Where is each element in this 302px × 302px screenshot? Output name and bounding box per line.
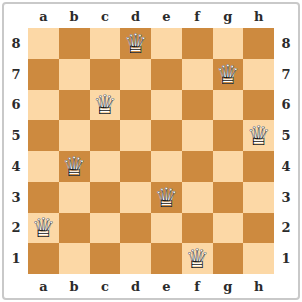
rank-label-7: 7	[274, 68, 298, 81]
square-c2[interactable]	[90, 213, 121, 244]
square-h6[interactable]	[243, 90, 274, 121]
white-queen-piece[interactable]: ♛♕	[151, 182, 182, 213]
square-a7[interactable]	[28, 59, 59, 90]
square-g2[interactable]	[213, 213, 244, 244]
square-f7[interactable]	[182, 59, 213, 90]
square-e1[interactable]	[151, 243, 182, 274]
square-f5[interactable]	[182, 120, 213, 151]
file-label-a: a	[28, 10, 59, 23]
rank-label-6: 6	[4, 98, 28, 111]
square-f6[interactable]	[182, 90, 213, 121]
square-h3[interactable]	[243, 182, 274, 213]
white-queen-piece[interactable]: ♛♕	[28, 213, 59, 244]
square-g4[interactable]	[213, 151, 244, 182]
square-h4[interactable]	[243, 151, 274, 182]
white-queen-piece[interactable]: ♛♕	[213, 59, 244, 90]
file-label-g: g	[213, 280, 244, 293]
square-e2[interactable]	[151, 213, 182, 244]
square-b7[interactable]	[59, 59, 90, 90]
rank-label-3: 3	[4, 191, 28, 204]
queen-glyph-outline: ♕	[28, 213, 59, 244]
square-d1[interactable]	[120, 243, 151, 274]
rank-label-2: 2	[4, 221, 28, 234]
square-h8[interactable]	[243, 28, 274, 59]
square-a4[interactable]	[28, 151, 59, 182]
square-e6[interactable]	[151, 90, 182, 121]
square-f2[interactable]	[182, 213, 213, 244]
square-e4[interactable]	[151, 151, 182, 182]
square-h1[interactable]	[243, 243, 274, 274]
square-c4[interactable]	[90, 151, 121, 182]
square-d7[interactable]	[120, 59, 151, 90]
queen-glyph-outline: ♕	[243, 120, 274, 151]
square-f4[interactable]	[182, 151, 213, 182]
square-g6[interactable]	[213, 90, 244, 121]
rank-label-8: 8	[274, 37, 298, 50]
rank-label-5: 5	[4, 129, 28, 142]
queen-glyph-outline: ♕	[182, 243, 213, 274]
file-label-f: f	[182, 280, 213, 293]
square-g7[interactable]: ♛♕	[213, 59, 244, 90]
square-c7[interactable]	[90, 59, 121, 90]
square-b2[interactable]	[59, 213, 90, 244]
rank-label-7: 7	[4, 68, 28, 81]
square-e8[interactable]	[151, 28, 182, 59]
square-c5[interactable]	[90, 120, 121, 151]
queen-glyph-outline: ♕	[151, 182, 182, 213]
rank-label-5: 5	[274, 129, 298, 142]
file-label-c: c	[90, 280, 121, 293]
square-c1[interactable]	[90, 243, 121, 274]
square-c8[interactable]	[90, 28, 121, 59]
square-g5[interactable]	[213, 120, 244, 151]
file-label-e: e	[151, 280, 182, 293]
chess-board: ♛♕♛♕♛♕♛♕♛♕♛♕♛♕♛♕	[28, 28, 274, 274]
square-b4[interactable]: ♛♕	[59, 151, 90, 182]
square-d5[interactable]	[120, 120, 151, 151]
rank-label-2: 2	[274, 221, 298, 234]
queen-glyph-outline: ♕	[59, 151, 90, 182]
square-d8[interactable]: ♛♕	[120, 28, 151, 59]
file-label-a: a	[28, 280, 59, 293]
square-a1[interactable]	[28, 243, 59, 274]
file-labels-bottom: abcdefgh	[28, 274, 274, 298]
rank-labels-left: 87654321	[4, 28, 28, 274]
rank-label-3: 3	[274, 191, 298, 204]
white-queen-piece[interactable]: ♛♕	[182, 243, 213, 274]
rank-label-1: 1	[4, 252, 28, 265]
rank-label-1: 1	[274, 252, 298, 265]
square-c3[interactable]	[90, 182, 121, 213]
square-b5[interactable]	[59, 120, 90, 151]
chess-diagram-frame: abcdefgh 87654321 ♛♕♛♕♛♕♛♕♛♕♛♕♛♕♛♕ 87654…	[2, 2, 300, 300]
square-d6[interactable]	[120, 90, 151, 121]
square-d3[interactable]	[120, 182, 151, 213]
square-b6[interactable]	[59, 90, 90, 121]
file-label-h: h	[243, 280, 274, 293]
square-e7[interactable]	[151, 59, 182, 90]
file-label-c: c	[90, 10, 121, 23]
white-queen-piece[interactable]: ♛♕	[90, 90, 121, 121]
file-label-g: g	[213, 10, 244, 23]
file-label-f: f	[182, 10, 213, 23]
square-b3[interactable]	[59, 182, 90, 213]
square-e3[interactable]: ♛♕	[151, 182, 182, 213]
square-f3[interactable]	[182, 182, 213, 213]
white-queen-piece[interactable]: ♛♕	[243, 120, 274, 151]
square-d2[interactable]	[120, 213, 151, 244]
white-queen-piece[interactable]: ♛♕	[59, 151, 90, 182]
square-b1[interactable]	[59, 243, 90, 274]
square-a5[interactable]	[28, 120, 59, 151]
square-d4[interactable]	[120, 151, 151, 182]
rank-label-8: 8	[4, 37, 28, 50]
square-a3[interactable]	[28, 182, 59, 213]
square-b8[interactable]	[59, 28, 90, 59]
rank-label-4: 4	[274, 160, 298, 173]
square-g8[interactable]	[213, 28, 244, 59]
file-label-d: d	[120, 280, 151, 293]
file-label-h: h	[243, 10, 274, 23]
file-label-e: e	[151, 10, 182, 23]
square-g3[interactable]	[213, 182, 244, 213]
square-h2[interactable]	[243, 213, 274, 244]
file-label-b: b	[59, 10, 90, 23]
square-a8[interactable]	[28, 28, 59, 59]
square-f1[interactable]: ♛♕	[182, 243, 213, 274]
queen-glyph-outline: ♕	[213, 59, 244, 90]
rank-label-6: 6	[274, 98, 298, 111]
file-labels-top: abcdefgh	[28, 4, 274, 28]
square-f8[interactable]	[182, 28, 213, 59]
queen-glyph-outline: ♕	[90, 90, 121, 121]
square-a6[interactable]	[28, 90, 59, 121]
rank-labels-right: 87654321	[274, 28, 298, 274]
queen-glyph-outline: ♕	[120, 28, 151, 59]
square-h5[interactable]: ♛♕	[243, 120, 274, 151]
square-e5[interactable]	[151, 120, 182, 151]
square-c6[interactable]: ♛♕	[90, 90, 121, 121]
file-label-d: d	[120, 10, 151, 23]
file-label-b: b	[59, 280, 90, 293]
rank-label-4: 4	[4, 160, 28, 173]
square-a2[interactable]: ♛♕	[28, 213, 59, 244]
square-g1[interactable]	[213, 243, 244, 274]
square-h7[interactable]	[243, 59, 274, 90]
white-queen-piece[interactable]: ♛♕	[120, 28, 151, 59]
